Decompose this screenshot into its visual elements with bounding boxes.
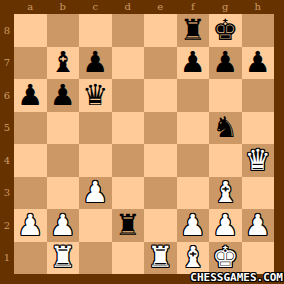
square-h1[interactable] [242,242,275,275]
white-rook-b1[interactable]: ♜ [50,243,76,272]
square-c8[interactable] [79,14,112,47]
file-label-c: c [79,0,112,14]
square-f8[interactable]: ♜ [177,14,210,47]
square-a6[interactable]: ♟ [14,79,47,112]
white-rook-e1[interactable]: ♜ [147,243,173,272]
file-label-e: e [144,0,177,14]
file-label-a: a [14,0,47,14]
square-c2[interactable] [79,209,112,242]
square-g6[interactable] [209,79,242,112]
square-g4[interactable] [209,144,242,177]
square-d6[interactable] [112,79,145,112]
square-f6[interactable] [177,79,210,112]
white-pawn-h2[interactable]: ♟ [245,211,271,240]
white-king-g1[interactable]: ♚ [212,243,238,272]
square-h5[interactable] [242,112,275,145]
square-b4[interactable] [47,144,80,177]
square-a8[interactable] [14,14,47,47]
square-h4[interactable]: ♛ [242,144,275,177]
square-g2[interactable]: ♟ [209,209,242,242]
square-a1[interactable] [14,242,47,275]
square-h3[interactable] [242,177,275,210]
square-b3[interactable] [47,177,80,210]
square-e4[interactable] [144,144,177,177]
black-rook-d2[interactable]: ♜ [115,211,141,240]
square-f4[interactable] [177,144,210,177]
black-pawn-f7[interactable]: ♟ [180,48,206,77]
square-g8[interactable]: ♚ [209,14,242,47]
file-label-g: g [209,0,242,14]
white-pawn-g2[interactable]: ♟ [212,211,238,240]
square-e8[interactable] [144,14,177,47]
rank-label-1: 1 [0,242,14,275]
square-f5[interactable] [177,112,210,145]
square-e7[interactable] [144,47,177,80]
square-b5[interactable] [47,112,80,145]
black-pawn-b6[interactable]: ♟ [50,81,76,110]
square-h7[interactable]: ♟ [242,47,275,80]
square-d8[interactable] [112,14,145,47]
square-c5[interactable] [79,112,112,145]
file-labels: abcdefgh [14,0,274,14]
square-f2[interactable]: ♟ [177,209,210,242]
chess-board-diagram: abcdefgh 87654321 ♜♚♝♟♟♟♟♟♟♛♞♛♟♝♟♟♜♟♟♟♜♜… [0,0,284,284]
square-d3[interactable] [112,177,145,210]
rank-label-3: 3 [0,177,14,210]
square-h2[interactable]: ♟ [242,209,275,242]
square-d4[interactable] [112,144,145,177]
square-a4[interactable] [14,144,47,177]
square-e1[interactable]: ♜ [144,242,177,275]
black-king-g8[interactable]: ♚ [212,16,238,45]
square-b7[interactable]: ♝ [47,47,80,80]
square-b8[interactable] [47,14,80,47]
chess-board: ♜♚♝♟♟♟♟♟♟♛♞♛♟♝♟♟♜♟♟♟♜♜♝♚ [14,14,274,274]
square-c4[interactable] [79,144,112,177]
black-pawn-g7[interactable]: ♟ [212,48,238,77]
square-f1[interactable]: ♝ [177,242,210,275]
square-c3[interactable]: ♟ [79,177,112,210]
black-knight-g5[interactable]: ♞ [212,113,238,142]
chessgames-watermark: CHESSGAMES.COM [190,272,283,284]
black-bishop-b7[interactable]: ♝ [50,48,76,77]
rank-label-4: 4 [0,144,14,177]
square-d5[interactable] [112,112,145,145]
white-pawn-a2[interactable]: ♟ [17,211,43,240]
black-pawn-h7[interactable]: ♟ [245,48,271,77]
white-bishop-g3[interactable]: ♝ [212,178,238,207]
file-label-h: h [242,0,275,14]
square-e5[interactable] [144,112,177,145]
square-a7[interactable] [14,47,47,80]
black-rook-f8[interactable]: ♜ [180,16,206,45]
square-h6[interactable] [242,79,275,112]
square-a5[interactable] [14,112,47,145]
rank-label-5: 5 [0,112,14,145]
square-b1[interactable]: ♜ [47,242,80,275]
rank-label-6: 6 [0,79,14,112]
square-f7[interactable]: ♟ [177,47,210,80]
square-c7[interactable]: ♟ [79,47,112,80]
white-pawn-f2[interactable]: ♟ [180,211,206,240]
square-g3[interactable]: ♝ [209,177,242,210]
rank-label-7: 7 [0,47,14,80]
square-h8[interactable] [242,14,275,47]
square-e2[interactable] [144,209,177,242]
square-e3[interactable] [144,177,177,210]
file-label-d: d [112,0,145,14]
black-pawn-c7[interactable]: ♟ [82,48,108,77]
rank-label-8: 8 [0,14,14,47]
square-c6[interactable]: ♛ [79,79,112,112]
square-c1[interactable] [79,242,112,275]
white-queen-h4[interactable]: ♛ [245,146,271,175]
square-g1[interactable]: ♚ [209,242,242,275]
file-label-f: f [177,0,210,14]
file-label-b: b [47,0,80,14]
square-a2[interactable]: ♟ [14,209,47,242]
square-e6[interactable] [144,79,177,112]
white-pawn-c3[interactable]: ♟ [82,178,108,207]
black-pawn-a6[interactable]: ♟ [17,81,43,110]
square-g7[interactable]: ♟ [209,47,242,80]
square-d2[interactable]: ♜ [112,209,145,242]
white-pawn-b2[interactable]: ♟ [50,211,76,240]
square-d7[interactable] [112,47,145,80]
white-bishop-f1[interactable]: ♝ [180,243,206,272]
square-d1[interactable] [112,242,145,275]
square-a3[interactable] [14,177,47,210]
square-b6[interactable]: ♟ [47,79,80,112]
square-g5[interactable]: ♞ [209,112,242,145]
square-f3[interactable] [177,177,210,210]
square-b2[interactable]: ♟ [47,209,80,242]
rank-label-2: 2 [0,209,14,242]
black-queen-c6[interactable]: ♛ [82,81,108,110]
rank-labels: 87654321 [0,14,14,274]
